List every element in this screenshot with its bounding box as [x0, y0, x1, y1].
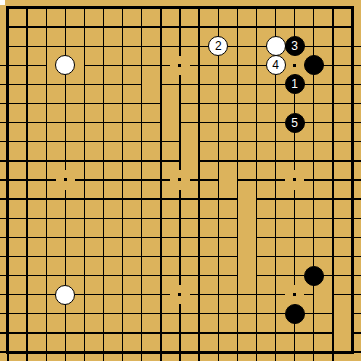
intersection: [323, 209, 342, 228]
intersection: [170, 266, 189, 285]
intersection: [190, 94, 209, 113]
intersection: [285, 342, 304, 361]
intersection: [94, 132, 113, 151]
intersection: [323, 75, 342, 94]
intersection: [94, 342, 113, 361]
intersection: [56, 151, 75, 170]
move-number: 3: [291, 40, 298, 52]
intersection: [37, 266, 56, 285]
white-stone: 4: [266, 55, 286, 75]
intersection: [151, 0, 170, 18]
intersection: [94, 170, 113, 189]
intersection: [190, 304, 209, 323]
intersection: [132, 37, 151, 56]
intersection: [37, 75, 56, 94]
intersection: [132, 18, 151, 37]
intersection: [18, 228, 37, 247]
intersection: [132, 170, 151, 189]
intersection: [228, 266, 247, 285]
intersection: [266, 18, 285, 37]
intersection: [266, 323, 285, 342]
intersection: [342, 209, 361, 228]
intersection: [113, 151, 132, 170]
intersection: [170, 323, 189, 342]
intersection: [266, 151, 285, 170]
intersection: [304, 94, 323, 113]
intersection: [151, 247, 170, 266]
intersection: [132, 94, 151, 113]
intersection: [190, 113, 209, 132]
intersection: [37, 0, 56, 18]
intersection: [190, 247, 209, 266]
intersection: [56, 190, 75, 209]
intersection: [113, 170, 132, 189]
intersection: [228, 18, 247, 37]
intersection: [37, 56, 56, 75]
star-point: [178, 64, 181, 67]
intersection: [132, 342, 151, 361]
intersection: [209, 170, 228, 189]
intersection: [37, 304, 56, 323]
intersection: [0, 285, 18, 304]
intersection: [56, 113, 75, 132]
intersection: [266, 342, 285, 361]
intersection: [247, 304, 266, 323]
intersection: [266, 113, 285, 132]
intersection: [190, 209, 209, 228]
intersection: [342, 151, 361, 170]
intersection: [342, 0, 361, 18]
intersection: [323, 342, 342, 361]
intersection: [266, 170, 285, 189]
intersection: [209, 56, 228, 75]
move-number: 4: [272, 59, 279, 71]
intersection: [113, 228, 132, 247]
intersection: [56, 94, 75, 113]
intersection: [209, 285, 228, 304]
intersection: [75, 75, 94, 94]
intersection: [342, 247, 361, 266]
intersection: [228, 37, 247, 56]
intersection: [151, 113, 170, 132]
intersection: [170, 151, 189, 170]
intersection: [228, 190, 247, 209]
intersection: [113, 132, 132, 151]
intersection: [304, 228, 323, 247]
intersection: [75, 323, 94, 342]
intersection: [151, 75, 170, 94]
intersection: [132, 247, 151, 266]
intersection: [37, 323, 56, 342]
intersection: [151, 132, 170, 151]
intersection: [132, 113, 151, 132]
intersection: [209, 266, 228, 285]
intersection: [132, 323, 151, 342]
intersection: [18, 285, 37, 304]
intersection: [94, 209, 113, 228]
star-point: [293, 178, 296, 181]
intersection: [304, 247, 323, 266]
intersection: [151, 266, 170, 285]
intersection: [285, 132, 304, 151]
intersection: [228, 113, 247, 132]
intersection: [304, 209, 323, 228]
intersection: [75, 37, 94, 56]
intersection: [285, 151, 304, 170]
intersection: [18, 151, 37, 170]
intersection: [170, 18, 189, 37]
intersection: [285, 247, 304, 266]
intersection: [266, 247, 285, 266]
intersection: [285, 0, 304, 18]
intersection: [151, 342, 170, 361]
intersection: [94, 37, 113, 56]
intersection: [342, 170, 361, 189]
star-point: [293, 293, 296, 296]
intersection: [37, 94, 56, 113]
intersection: [323, 37, 342, 56]
intersection: [170, 0, 189, 18]
intersection: [323, 190, 342, 209]
intersection: [323, 285, 342, 304]
intersection: [151, 190, 170, 209]
intersection: [37, 37, 56, 56]
black-stone: 1: [285, 74, 305, 94]
intersection: [304, 170, 323, 189]
intersection: [247, 132, 266, 151]
intersection: [56, 342, 75, 361]
intersection: [132, 209, 151, 228]
intersection: [0, 190, 18, 209]
intersection: [285, 209, 304, 228]
intersection: [56, 247, 75, 266]
intersection: [209, 323, 228, 342]
intersection: [75, 151, 94, 170]
intersection: [304, 0, 323, 18]
intersection: [18, 170, 37, 189]
intersection: [323, 94, 342, 113]
star-point: [178, 293, 181, 296]
intersection: [151, 285, 170, 304]
intersection: [342, 18, 361, 37]
intersection: [56, 18, 75, 37]
intersection: [170, 209, 189, 228]
intersection: [0, 56, 18, 75]
intersection: [113, 323, 132, 342]
intersection: [94, 190, 113, 209]
intersection: [113, 37, 132, 56]
intersection: [132, 151, 151, 170]
intersection: [304, 18, 323, 37]
intersection: [37, 113, 56, 132]
intersection: [151, 209, 170, 228]
intersection: [113, 209, 132, 228]
intersection: [323, 151, 342, 170]
intersection: [342, 323, 361, 342]
intersection: [247, 170, 266, 189]
intersection: [323, 0, 342, 18]
intersection: [132, 190, 151, 209]
intersection: [18, 266, 37, 285]
intersection: [75, 342, 94, 361]
intersection: [190, 37, 209, 56]
intersection: [18, 190, 37, 209]
intersection: [18, 37, 37, 56]
intersection: [266, 132, 285, 151]
intersection: [132, 132, 151, 151]
intersection: [0, 18, 18, 37]
intersection: [304, 37, 323, 56]
intersection: [170, 132, 189, 151]
intersection: [132, 266, 151, 285]
intersection: [170, 190, 189, 209]
intersection: [94, 323, 113, 342]
intersection: [190, 0, 209, 18]
intersection: [151, 56, 170, 75]
intersection: [18, 56, 37, 75]
intersection: [266, 304, 285, 323]
intersection: [247, 37, 266, 56]
intersection: [170, 94, 189, 113]
intersection: [75, 190, 94, 209]
intersection: [285, 94, 304, 113]
intersection: [151, 94, 170, 113]
intersection: [0, 170, 18, 189]
intersection: [228, 247, 247, 266]
intersection: [94, 266, 113, 285]
intersection: [209, 247, 228, 266]
intersection: [113, 247, 132, 266]
intersection: [266, 75, 285, 94]
intersection: [342, 56, 361, 75]
intersection: [323, 304, 342, 323]
intersection: [228, 132, 247, 151]
intersection: [94, 0, 113, 18]
intersection: [37, 342, 56, 361]
intersection: [323, 132, 342, 151]
intersection: [0, 94, 18, 113]
intersection: [151, 228, 170, 247]
intersection: [75, 285, 94, 304]
go-diagram: 12345: [0, 0, 361, 361]
intersection: [37, 209, 56, 228]
intersection: [37, 18, 56, 37]
intersection: [113, 75, 132, 94]
intersection: [0, 228, 18, 247]
intersection: [113, 56, 132, 75]
intersection: [56, 304, 75, 323]
intersection: [209, 94, 228, 113]
intersection: [170, 247, 189, 266]
intersection: [342, 342, 361, 361]
intersection: [18, 0, 37, 18]
intersection: [56, 75, 75, 94]
intersection: [342, 285, 361, 304]
page-corner-artifact: [0, 0, 5, 5]
intersection: [18, 94, 37, 113]
intersection: [285, 18, 304, 37]
intersection: [190, 323, 209, 342]
intersection: [94, 228, 113, 247]
intersection: [37, 132, 56, 151]
intersection: [75, 113, 94, 132]
intersection: [266, 190, 285, 209]
intersection: [247, 266, 266, 285]
intersection: [247, 209, 266, 228]
intersection: [247, 56, 266, 75]
intersection: [151, 37, 170, 56]
intersection: [0, 37, 18, 56]
intersection: [209, 190, 228, 209]
intersection: [18, 113, 37, 132]
intersection: [94, 285, 113, 304]
intersection: [342, 113, 361, 132]
goban-grid: 12345: [0, 0, 361, 361]
intersection: [56, 323, 75, 342]
intersection: [285, 266, 304, 285]
intersection: [266, 94, 285, 113]
intersection: [18, 247, 37, 266]
intersection: [209, 0, 228, 18]
intersection: [94, 247, 113, 266]
intersection: [56, 266, 75, 285]
intersection: [342, 190, 361, 209]
intersection: [228, 323, 247, 342]
intersection: [228, 285, 247, 304]
intersection: [37, 285, 56, 304]
intersection: [113, 113, 132, 132]
black-stone: [304, 55, 324, 75]
intersection: [113, 94, 132, 113]
intersection: [113, 18, 132, 37]
intersection: [94, 151, 113, 170]
move-number: 5: [291, 117, 298, 129]
intersection: [209, 342, 228, 361]
intersection: [228, 228, 247, 247]
intersection: [0, 209, 18, 228]
intersection: [0, 247, 18, 266]
intersection: [75, 56, 94, 75]
intersection: [190, 75, 209, 94]
intersection: [247, 342, 266, 361]
intersection: [94, 75, 113, 94]
intersection: [247, 247, 266, 266]
intersection: [94, 56, 113, 75]
intersection: [209, 132, 228, 151]
white-stone: [266, 36, 286, 56]
intersection: [209, 113, 228, 132]
intersection: [247, 75, 266, 94]
intersection: [266, 0, 285, 18]
intersection: [151, 323, 170, 342]
intersection: [151, 151, 170, 170]
intersection: [132, 75, 151, 94]
intersection: [18, 209, 37, 228]
intersection: [247, 323, 266, 342]
intersection: [190, 228, 209, 247]
intersection: [37, 190, 56, 209]
intersection: [323, 228, 342, 247]
intersection: [170, 342, 189, 361]
intersection: [190, 151, 209, 170]
star-point: [293, 64, 296, 67]
intersection: [0, 151, 18, 170]
white-stone: [55, 55, 75, 75]
move-number: 2: [215, 40, 222, 52]
intersection: [18, 132, 37, 151]
intersection: [170, 113, 189, 132]
intersection: [37, 151, 56, 170]
intersection: [132, 56, 151, 75]
intersection: [75, 266, 94, 285]
intersection: [323, 266, 342, 285]
intersection: [113, 342, 132, 361]
intersection: [132, 228, 151, 247]
intersection: [75, 209, 94, 228]
intersection: [247, 228, 266, 247]
intersection: [228, 0, 247, 18]
intersection: [75, 170, 94, 189]
intersection: [75, 18, 94, 37]
intersection: [113, 190, 132, 209]
intersection: [323, 247, 342, 266]
intersection: [247, 94, 266, 113]
intersection: [304, 190, 323, 209]
intersection: [190, 342, 209, 361]
intersection: [342, 266, 361, 285]
intersection: [18, 323, 37, 342]
white-stone: [55, 285, 75, 305]
intersection: [323, 323, 342, 342]
intersection: [170, 304, 189, 323]
intersection: [170, 228, 189, 247]
intersection: [247, 151, 266, 170]
star-point: [178, 178, 181, 181]
intersection: [94, 94, 113, 113]
intersection: [170, 37, 189, 56]
intersection: [209, 228, 228, 247]
intersection: [228, 94, 247, 113]
intersection: [209, 209, 228, 228]
intersection: [266, 285, 285, 304]
intersection: [190, 18, 209, 37]
intersection: [151, 304, 170, 323]
intersection: [323, 18, 342, 37]
intersection: [170, 75, 189, 94]
intersection: [342, 304, 361, 323]
intersection: [342, 132, 361, 151]
intersection: [342, 75, 361, 94]
intersection: [285, 190, 304, 209]
intersection: [342, 228, 361, 247]
intersection: [228, 304, 247, 323]
intersection: [228, 56, 247, 75]
intersection: [247, 0, 266, 18]
intersection: [151, 170, 170, 189]
intersection: [18, 18, 37, 37]
intersection: [247, 18, 266, 37]
intersection: [266, 228, 285, 247]
black-stone: 3: [285, 36, 305, 56]
intersection: [190, 285, 209, 304]
intersection: [209, 18, 228, 37]
black-stone: 5: [285, 113, 305, 133]
intersection: [209, 304, 228, 323]
intersection: [75, 94, 94, 113]
intersection: [151, 18, 170, 37]
intersection: [75, 247, 94, 266]
intersection: [304, 342, 323, 361]
